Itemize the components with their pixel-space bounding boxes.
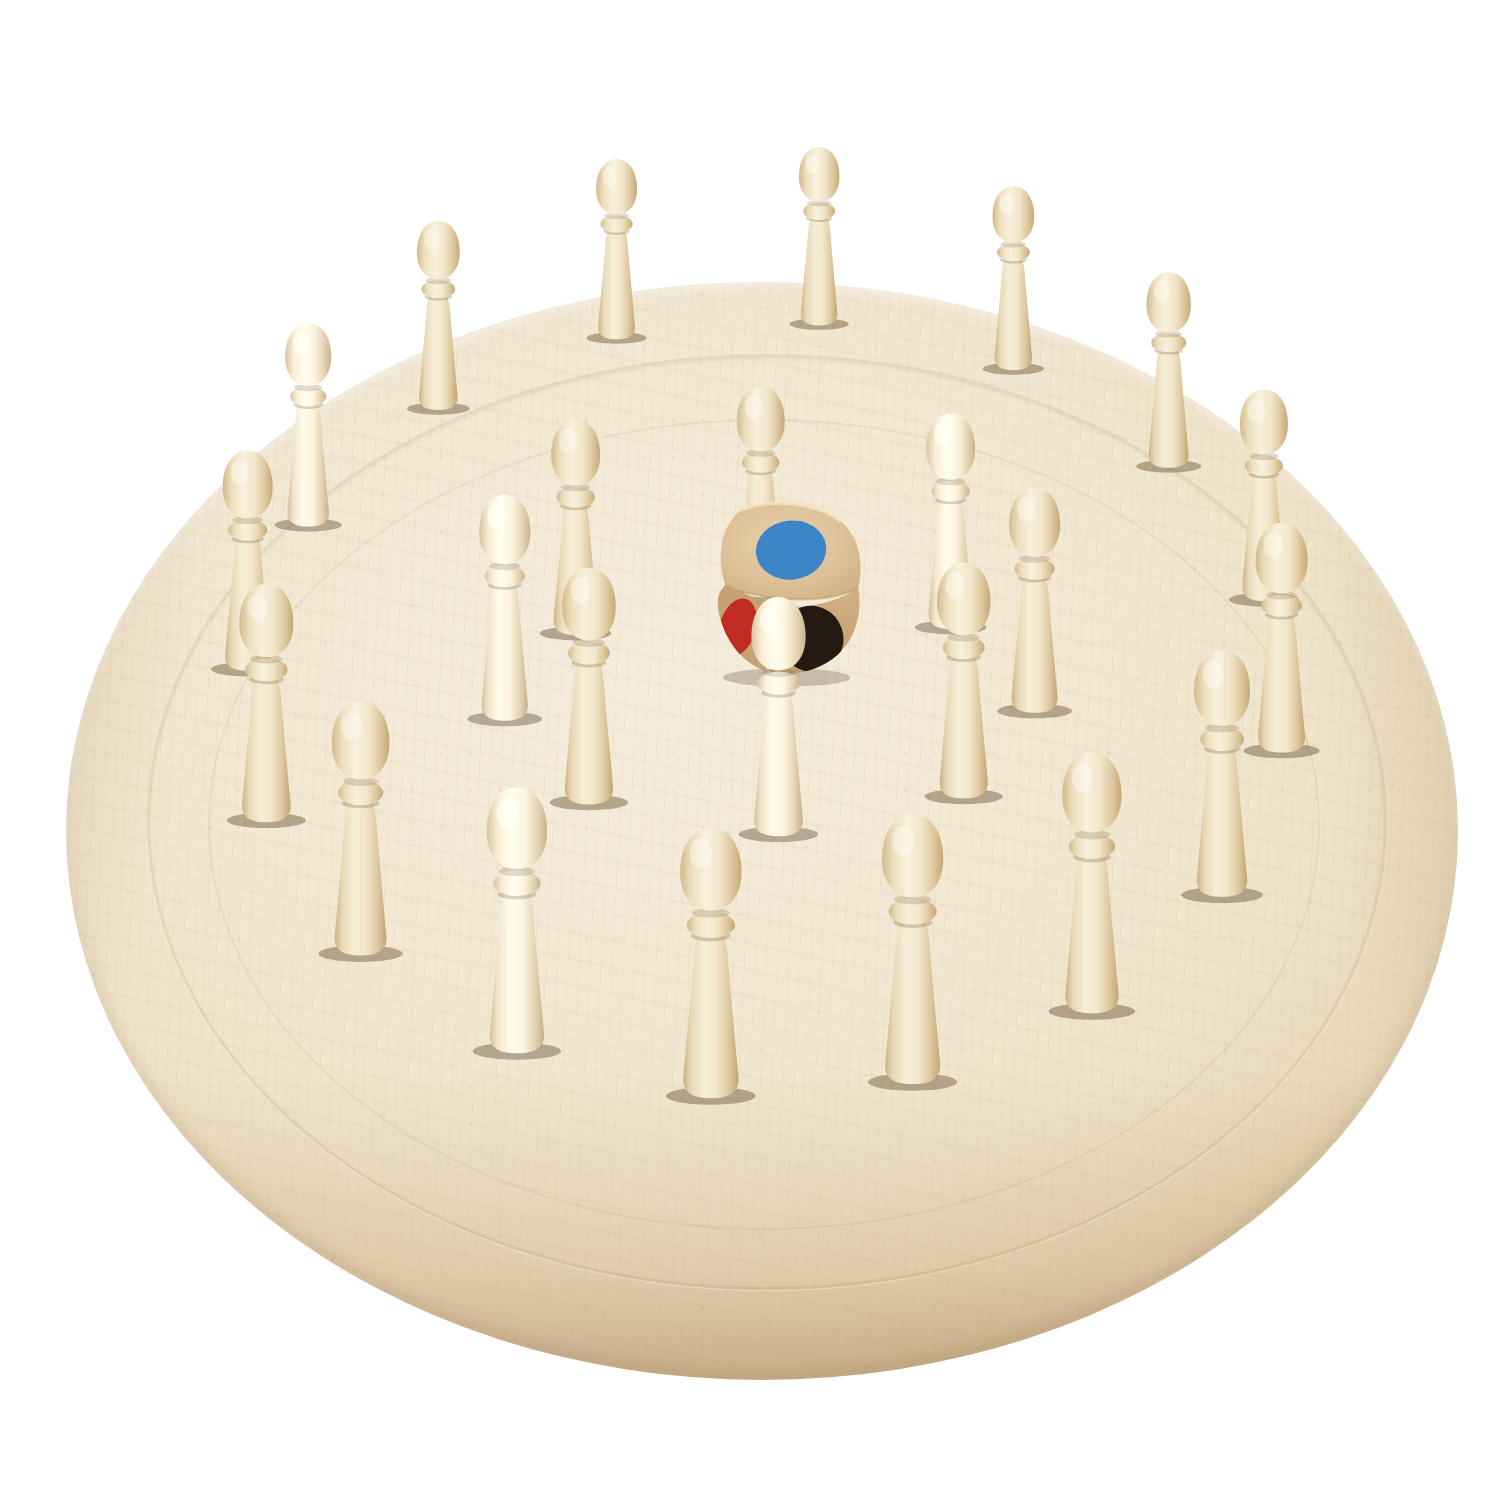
pawn[interactable] bbox=[1039, 748, 1145, 1023]
pawn[interactable] bbox=[976, 183, 1051, 377]
pawn[interactable] bbox=[656, 823, 766, 1108]
pawn-icon bbox=[1039, 748, 1145, 1023]
pawn[interactable] bbox=[541, 564, 637, 813]
pawn[interactable] bbox=[459, 491, 551, 729]
pawn[interactable] bbox=[858, 810, 967, 1094]
pawn[interactable] bbox=[580, 156, 653, 346]
pawn-icon bbox=[1129, 269, 1208, 475]
pawn-icon bbox=[580, 156, 653, 346]
pawn[interactable] bbox=[463, 783, 571, 1063]
pawn[interactable] bbox=[218, 580, 315, 831]
pawn[interactable] bbox=[1129, 269, 1208, 475]
pawn-icon bbox=[656, 823, 766, 1108]
pawn[interactable] bbox=[916, 559, 1011, 807]
product-photo bbox=[0, 0, 1500, 1500]
pawn[interactable] bbox=[400, 218, 477, 417]
pawn-icon bbox=[1172, 646, 1272, 906]
pawn[interactable] bbox=[309, 697, 412, 965]
pawn-icon bbox=[309, 697, 412, 965]
pawn-icon bbox=[459, 491, 551, 729]
pawn[interactable] bbox=[1172, 646, 1272, 906]
pawn-icon bbox=[218, 580, 315, 831]
pawn[interactable] bbox=[730, 593, 827, 845]
pawn-icon bbox=[916, 559, 1011, 807]
pawn-icon bbox=[463, 783, 571, 1063]
pawn-icon bbox=[976, 183, 1051, 377]
pawn[interactable] bbox=[783, 144, 855, 332]
pawn-icon bbox=[730, 593, 827, 845]
pawn-icon bbox=[541, 564, 637, 813]
pawn-icon bbox=[858, 810, 967, 1094]
pawn-icon bbox=[400, 218, 477, 417]
pawn-icon bbox=[783, 144, 855, 332]
